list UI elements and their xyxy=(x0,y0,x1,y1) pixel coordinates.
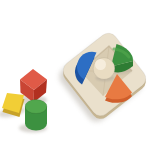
shape-sorter-product-photo xyxy=(0,0,160,160)
shape-sorter-scene xyxy=(0,0,160,160)
wood-ball-knob[interactable] xyxy=(93,58,115,82)
ball-highlight xyxy=(95,59,106,70)
cylinder-top[interactable] xyxy=(25,100,47,114)
green-cylinder-piece[interactable] xyxy=(25,100,47,131)
